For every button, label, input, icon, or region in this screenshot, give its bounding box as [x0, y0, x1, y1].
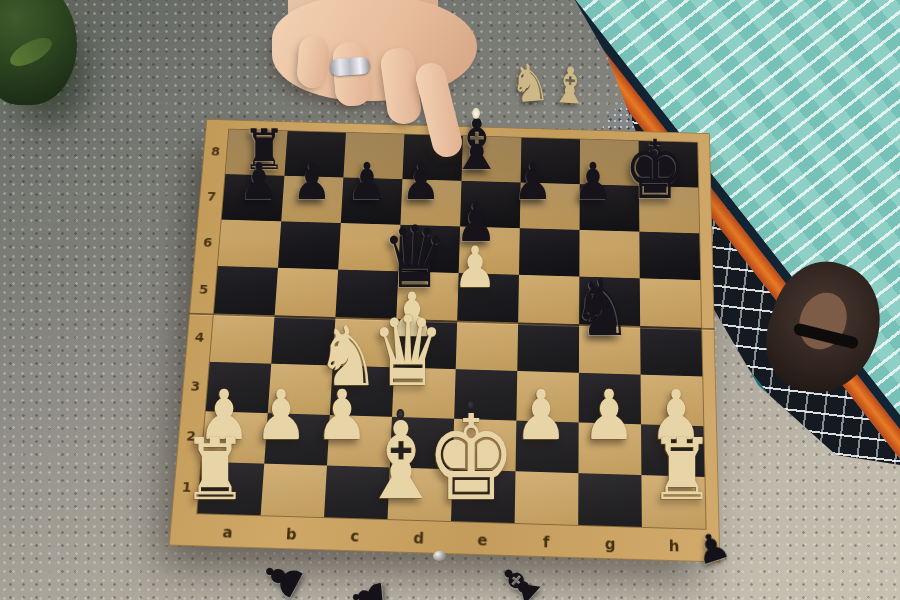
rank-label-5: 5 — [194, 282, 212, 297]
photo-scene: 87654321 abcdefgh ♜♝♟♟♟♟♟♟♚♟♛♞♟♟♞♛♟♟♟♟♟♟… — [0, 0, 900, 600]
black-pawn-g7[interactable]: ♟ — [573, 156, 612, 207]
square-f1[interactable] — [515, 471, 579, 525]
captured-black-pawn[interactable]: ♟ — [248, 547, 315, 600]
square-e4[interactable] — [456, 321, 518, 371]
white-pawn-g2[interactable]: ♟ — [582, 381, 635, 450]
light-finial-tip — [473, 108, 481, 119]
file-label-h: h — [662, 537, 686, 555]
square-f4[interactable] — [517, 322, 579, 372]
black-pawn-f7[interactable]: ♟ — [513, 156, 552, 207]
black-pawn-b7[interactable]: ♟ — [293, 156, 332, 207]
white-pawn-e5[interactable]: ♟ — [453, 239, 497, 296]
silver-ring — [329, 57, 370, 77]
rank-label-6: 6 — [199, 235, 217, 249]
captured-black-pawn[interactable]: ♟ — [344, 576, 393, 600]
rank-label-4: 4 — [190, 330, 208, 345]
black-knight-g4[interactable]: ♞ — [572, 269, 632, 347]
captured-white-bishop[interactable]: ♝ — [550, 60, 591, 112]
rank-label-7: 7 — [203, 189, 221, 203]
square-a5[interactable] — [214, 266, 278, 315]
white-pawn-b2[interactable]: ♟ — [254, 381, 307, 450]
square-a6[interactable] — [218, 220, 281, 268]
file-label-g: g — [598, 535, 622, 553]
file-label-c: c — [342, 527, 367, 545]
square-b6[interactable] — [278, 221, 341, 269]
white-queen-d3[interactable]: ♛ — [371, 303, 446, 400]
square-h5[interactable] — [640, 278, 701, 327]
black-pawn-c7[interactable]: ♟ — [347, 156, 386, 207]
metal-bead — [433, 551, 446, 561]
square-a4[interactable] — [210, 313, 275, 363]
rank-label-8: 8 — [207, 144, 225, 158]
black-pawn-a7[interactable]: ♟ — [240, 156, 279, 207]
white-king-e1[interactable]: ♚ — [425, 399, 516, 517]
file-label-f: f — [534, 533, 558, 551]
file-label-d: d — [406, 529, 431, 547]
white-rook-h1[interactable]: ♜ — [649, 427, 715, 512]
square-f5[interactable] — [518, 275, 579, 324]
black-pawn-d7[interactable]: ♟ — [401, 156, 440, 207]
white-pawn-f2[interactable]: ♟ — [515, 381, 568, 450]
dark-finial-tip — [396, 409, 404, 419]
square-h4[interactable] — [640, 326, 702, 376]
file-label-e: e — [470, 531, 494, 549]
file-label-a: a — [215, 524, 240, 542]
square-h6[interactable] — [639, 232, 700, 280]
captured-white-knight[interactable]: ♞ — [508, 56, 551, 111]
captured-black-pawn[interactable]: ♟ — [689, 522, 735, 574]
black-king-h7[interactable]: ♚ — [623, 130, 685, 211]
white-rook-a1[interactable]: ♜ — [183, 427, 249, 512]
pinky-finger — [296, 35, 330, 89]
square-f6[interactable] — [519, 228, 580, 276]
square-g1[interactable] — [578, 473, 642, 527]
dark-finial-tip — [466, 400, 474, 410]
square-b1[interactable] — [261, 464, 327, 518]
file-label-b: b — [279, 526, 304, 544]
